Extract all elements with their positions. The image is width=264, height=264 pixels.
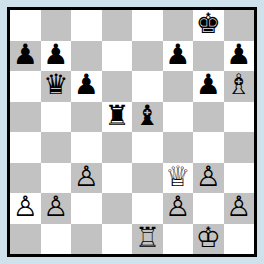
square-g2[interactable]: [193, 193, 224, 224]
black-pawn-a7: ♟: [13, 41, 38, 69]
square-b3[interactable]: [41, 163, 72, 194]
square-d4[interactable]: [102, 132, 133, 163]
square-g1[interactable]: ♔: [193, 224, 224, 255]
chess-diagram: ♚♟♟♟♟♛♟♟♗♜♝♙♕♙♙♙♙♙♖♔: [0, 0, 264, 264]
square-c1[interactable]: [71, 224, 102, 255]
square-e1[interactable]: ♖: [132, 224, 163, 255]
square-e8[interactable]: [132, 10, 163, 41]
square-b5[interactable]: [41, 102, 72, 133]
square-a6[interactable]: [10, 71, 41, 102]
square-g4[interactable]: [193, 132, 224, 163]
black-rook-d5: ♜: [104, 102, 129, 130]
square-e4[interactable]: [132, 132, 163, 163]
square-g5[interactable]: [193, 102, 224, 133]
square-h1[interactable]: [224, 224, 255, 255]
square-d7[interactable]: [102, 41, 133, 72]
square-f3[interactable]: ♕: [163, 163, 194, 194]
square-g6[interactable]: ♟: [193, 71, 224, 102]
square-e7[interactable]: [132, 41, 163, 72]
white-pawn-b2: ♙: [43, 193, 68, 221]
square-e5[interactable]: ♝: [132, 102, 163, 133]
white-pawn-g3: ♙: [196, 163, 221, 191]
square-h2[interactable]: ♙: [224, 193, 255, 224]
square-d8[interactable]: [102, 10, 133, 41]
square-c4[interactable]: [71, 132, 102, 163]
white-queen-f3: ♕: [165, 163, 190, 191]
black-queen-b6: ♛: [43, 71, 68, 99]
black-pawn-b7: ♟: [43, 41, 68, 69]
square-e2[interactable]: [132, 193, 163, 224]
square-f8[interactable]: [163, 10, 194, 41]
black-pawn-g6: ♟: [196, 71, 221, 99]
white-king-g1: ♔: [196, 224, 221, 252]
square-a1[interactable]: [10, 224, 41, 255]
white-bishop-h6: ♗: [226, 71, 251, 99]
chess-board: ♚♟♟♟♟♛♟♟♗♜♝♙♕♙♙♙♙♙♖♔: [10, 10, 254, 254]
square-c7[interactable]: [71, 41, 102, 72]
square-h5[interactable]: [224, 102, 255, 133]
board-frame: ♚♟♟♟♟♛♟♟♗♜♝♙♕♙♙♙♙♙♖♔: [7, 7, 257, 257]
square-f2[interactable]: ♙: [163, 193, 194, 224]
square-h4[interactable]: [224, 132, 255, 163]
square-a7[interactable]: ♟: [10, 41, 41, 72]
square-c6[interactable]: ♟: [71, 71, 102, 102]
white-rook-e1: ♖: [135, 224, 160, 252]
square-c5[interactable]: [71, 102, 102, 133]
square-c8[interactable]: [71, 10, 102, 41]
square-f5[interactable]: [163, 102, 194, 133]
square-d1[interactable]: [102, 224, 133, 255]
black-pawn-h7: ♟: [226, 41, 251, 69]
white-pawn-h2: ♙: [226, 193, 251, 221]
black-pawn-f7: ♟: [165, 41, 190, 69]
square-e6[interactable]: [132, 71, 163, 102]
square-a2[interactable]: ♙: [10, 193, 41, 224]
square-g3[interactable]: ♙: [193, 163, 224, 194]
square-c2[interactable]: [71, 193, 102, 224]
black-pawn-c6: ♟: [74, 71, 99, 99]
square-d3[interactable]: [102, 163, 133, 194]
square-b8[interactable]: [41, 10, 72, 41]
black-bishop-e5: ♝: [135, 102, 160, 130]
square-g8[interactable]: ♚: [193, 10, 224, 41]
square-f7[interactable]: ♟: [163, 41, 194, 72]
square-h6[interactable]: ♗: [224, 71, 255, 102]
square-a3[interactable]: [10, 163, 41, 194]
white-pawn-a2: ♙: [13, 193, 38, 221]
square-d2[interactable]: [102, 193, 133, 224]
white-pawn-f2: ♙: [165, 193, 190, 221]
square-b7[interactable]: ♟: [41, 41, 72, 72]
square-a4[interactable]: [10, 132, 41, 163]
black-king-g8: ♚: [196, 10, 221, 38]
white-pawn-c3: ♙: [74, 163, 99, 191]
square-a8[interactable]: [10, 10, 41, 41]
square-b1[interactable]: [41, 224, 72, 255]
square-f1[interactable]: [163, 224, 194, 255]
square-d6[interactable]: [102, 71, 133, 102]
square-b4[interactable]: [41, 132, 72, 163]
square-h8[interactable]: [224, 10, 255, 41]
square-f4[interactable]: [163, 132, 194, 163]
square-h7[interactable]: ♟: [224, 41, 255, 72]
square-a5[interactable]: [10, 102, 41, 133]
square-e3[interactable]: [132, 163, 163, 194]
square-g7[interactable]: [193, 41, 224, 72]
square-f6[interactable]: [163, 71, 194, 102]
square-d5[interactable]: ♜: [102, 102, 133, 133]
square-b2[interactable]: ♙: [41, 193, 72, 224]
square-b6[interactable]: ♛: [41, 71, 72, 102]
square-h3[interactable]: [224, 163, 255, 194]
square-c3[interactable]: ♙: [71, 163, 102, 194]
